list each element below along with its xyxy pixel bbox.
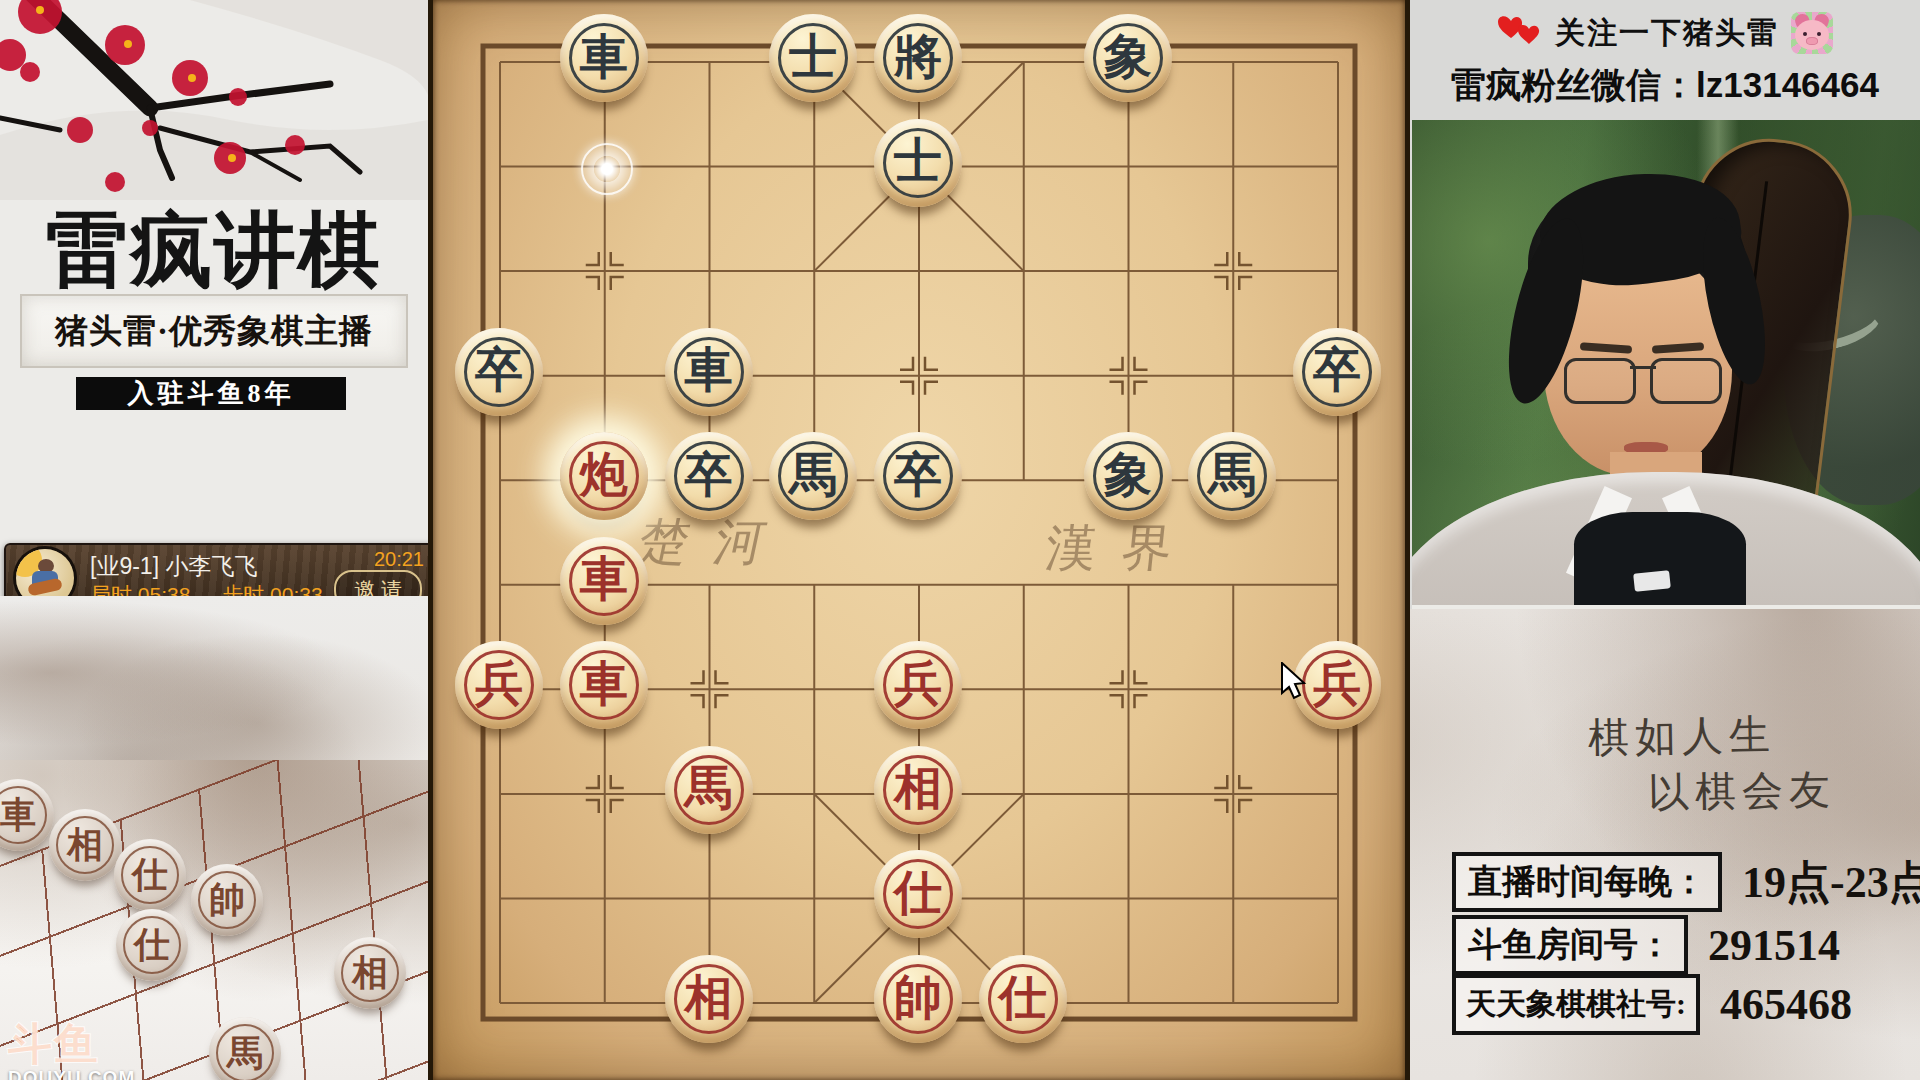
ink-mist-art: [0, 596, 428, 766]
piece-black-general[interactable]: 將: [874, 14, 962, 102]
piece-red-advisor[interactable]: 仕: [979, 955, 1067, 1043]
schedule-label: 直播时间每晚：: [1452, 852, 1722, 912]
plum-blossom-art: ,: [0, 0, 428, 200]
hearts-icon: [1497, 13, 1543, 53]
motto-line-1: 棋如人生: [1588, 707, 1777, 765]
piece-black-advisor[interactable]: 士: [874, 119, 962, 207]
piece-red-horse[interactable]: 馬: [665, 746, 753, 834]
schedule-value: 19点-23点: [1742, 853, 1920, 912]
photo-piece: 相: [334, 937, 406, 1009]
club-label: 天天象棋棋社号:: [1452, 974, 1700, 1035]
photo-piece: 仕: [114, 839, 186, 911]
player-clock: 20:21: [374, 548, 424, 571]
mouse-cursor: [1280, 662, 1308, 702]
info-row-schedule: 直播时间每晚： 19点-23点: [1452, 852, 1920, 912]
motto-line-2: 以棋会友: [1648, 762, 1837, 820]
piece-red-pawn[interactable]: 兵: [874, 641, 962, 729]
webcam-video: [1412, 120, 1920, 609]
follow-header: 关注一下猪头雷 雷疯粉丝微信：lz13146464: [1410, 0, 1920, 120]
xiangqi-board-panel: 楚河 漢界 車士將象士卒車卒炮卒馬卒象馬車兵車兵兵馬相仕相帥仕: [428, 0, 1410, 1080]
photo-piece: 馬: [209, 1017, 281, 1080]
stream-info-section: 棋如人生 以棋会友 直播时间每晚： 19点-23点 斗鱼房间号： 291514 …: [1410, 609, 1920, 1080]
right-info-panel: 关注一下猪头雷 雷疯粉丝微信：lz13146464: [1410, 0, 1920, 1080]
photo-piece: 相: [49, 809, 121, 881]
douyu-logo-url: DOUYU.COM: [8, 1068, 135, 1080]
wechat-text: 雷疯粉丝微信：lz13146464: [1410, 62, 1920, 109]
piece-black-horse[interactable]: 馬: [1188, 432, 1276, 520]
info-row-room: 斗鱼房间号： 291514: [1452, 915, 1840, 975]
piece-red-advisor[interactable]: 仕: [874, 850, 962, 938]
piece-red-rook[interactable]: 車: [560, 537, 648, 625]
channel-title: 雷疯讲棋: [0, 196, 428, 306]
pig-emoji-icon: [1791, 12, 1833, 54]
piece-black-pawn[interactable]: 卒: [455, 328, 543, 416]
streamer-tshirt: [1574, 512, 1746, 607]
piece-black-advisor[interactable]: 士: [769, 14, 857, 102]
player-name: [业9-1] 小李飞飞: [90, 551, 257, 582]
years-badge: 入驻斗鱼8年: [76, 377, 346, 410]
last-move-origin-marker: [581, 143, 633, 195]
photo-piece: 帥: [191, 864, 263, 936]
piece-black-rook[interactable]: 車: [665, 328, 753, 416]
photo-piece: 車: [0, 779, 54, 851]
room-label: 斗鱼房间号：: [1452, 915, 1688, 975]
douyu-watermark: 斗鱼 DOUYU.COM: [8, 1022, 135, 1080]
douyu-logo-cn: 斗鱼: [8, 1022, 135, 1066]
club-value: 465468: [1720, 979, 1852, 1030]
piece-red-general[interactable]: 帥: [874, 955, 962, 1043]
piece-red-pawn[interactable]: 兵: [455, 641, 543, 729]
left-info-panel: , 雷疯讲棋 猪头雷·优秀象棋主播 入驻斗鱼8年 [业9-1] 小李飞飞 局时 …: [0, 0, 428, 1080]
piece-black-elephant[interactable]: 象: [1084, 432, 1172, 520]
subtitle-scroll-banner: 猪头雷·优秀象棋主播: [22, 296, 406, 366]
piece-red-rook[interactable]: 車: [560, 641, 648, 729]
river-label-right: 漢界: [1042, 515, 1201, 582]
piece-red-elephant[interactable]: 相: [874, 746, 962, 834]
piece-black-elephant[interactable]: 象: [1084, 14, 1172, 102]
piece-black-pawn[interactable]: 卒: [1293, 328, 1381, 416]
follow-text: 关注一下猪头雷: [1555, 13, 1779, 54]
piece-black-horse[interactable]: 馬: [769, 432, 857, 520]
piece-black-pawn[interactable]: 卒: [665, 432, 753, 520]
piece-red-elephant[interactable]: 相: [665, 955, 753, 1043]
photo-piece: 仕: [116, 909, 188, 981]
xiangqi-board[interactable]: 楚河 漢界 車士將象士卒車卒炮卒馬卒象馬車兵車兵兵馬相仕相帥仕: [428, 0, 1410, 1080]
glasses: [1564, 358, 1722, 402]
info-row-club: 天天象棋棋社号: 465468: [1452, 974, 1852, 1035]
channel-subtitle: 猪头雷·优秀象棋主播: [55, 309, 373, 354]
piece-black-pawn[interactable]: 卒: [874, 432, 962, 520]
piece-red-cannon[interactable]: 炮: [560, 432, 648, 520]
room-value: 291514: [1708, 920, 1840, 971]
stream-screen: , 雷疯讲棋 猪头雷·优秀象棋主播 入驻斗鱼8年 [业9-1] 小李飞飞 局时 …: [0, 0, 1920, 1080]
piece-black-rook[interactable]: 車: [560, 14, 648, 102]
